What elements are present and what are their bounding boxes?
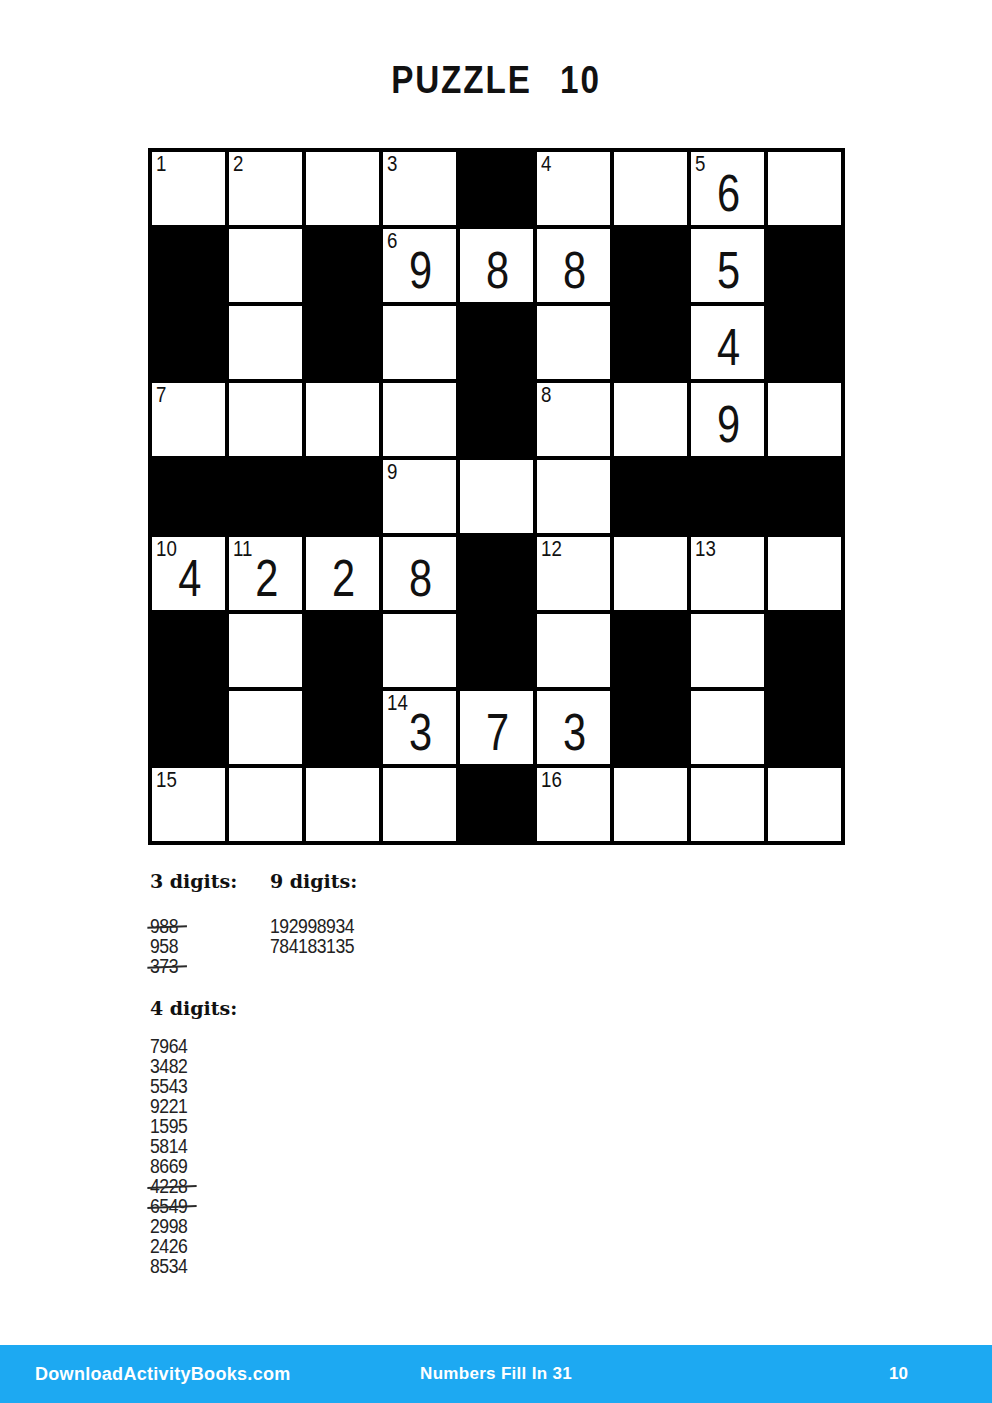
word-entry: 3482 [150,1056,187,1076]
grid-cell[interactable]: 56 [691,152,764,225]
clue-number: 2 [233,152,243,176]
black-cell [614,229,687,302]
list-4-digits-entries: 7964348255439221159558148669422865492998… [150,1036,366,1276]
footer-page-number: 10 [889,1364,908,1384]
list-9-digits: 9 digits: 192998934784183135 [270,870,366,976]
filled-digit: 9 [390,229,448,302]
clue-number: 15 [156,768,177,792]
grid-cell[interactable]: 16 [537,768,610,841]
grid-cell[interactable] [537,306,610,379]
grid-cell[interactable] [614,537,687,610]
grid-cell[interactable] [691,768,764,841]
word-entry-struck: 373 [150,956,178,976]
black-cell [460,306,533,379]
word-lists: 3 digits: 988958373 9 digits: 1929989347… [150,870,366,1276]
list-4-digits: 4 digits: 796434825543922115955814866942… [150,997,366,1276]
grid-cell[interactable]: 12 [537,537,610,610]
grid-cell[interactable] [768,768,841,841]
word-entry-struck: 4228 [150,1176,187,1196]
filled-digit: 3 [390,691,448,764]
filled-digit: 3 [544,691,602,764]
filled-digit: 4 [159,537,217,610]
grid-cell[interactable]: 8 [537,229,610,302]
grid-cell[interactable]: 7 [152,383,225,456]
black-cell [614,614,687,687]
list-9-digits-entries: 192998934784183135 [270,916,366,956]
grid-cell[interactable] [460,460,533,533]
word-entry: 958 [150,936,178,956]
filled-digit: 2 [236,537,294,610]
grid-cell[interactable]: 1 [152,152,225,225]
word-entry: 2426 [150,1236,187,1256]
grid-cell[interactable] [229,614,302,687]
grid-cell[interactable] [306,768,379,841]
grid-cell[interactable] [383,768,456,841]
filled-digit: 8 [390,537,448,610]
black-cell [152,460,225,533]
black-cell [152,229,225,302]
black-cell [152,691,225,764]
grid-cell[interactable] [614,768,687,841]
black-cell [768,614,841,687]
grid-cell[interactable] [306,152,379,225]
grid-cell[interactable]: 3 [537,691,610,764]
word-entry: 5814 [150,1136,187,1156]
filled-digit: 4 [698,306,756,379]
clue-number: 4 [541,152,551,176]
filled-digit: 5 [698,229,756,302]
black-cell [460,537,533,610]
grid-cell[interactable] [768,383,841,456]
black-cell [768,306,841,379]
clue-number: 3 [387,152,397,176]
black-cell [460,614,533,687]
clue-number: 16 [541,768,562,792]
word-entry: 8669 [150,1156,187,1176]
footer-bar: DownloadActivityBooks.com Numbers Fill I… [0,1345,992,1403]
filled-digit: 8 [467,229,525,302]
list-3-digits-heading: 3 digits: [150,870,270,892]
filled-digit: 2 [313,537,371,610]
grid-cell[interactable]: 104 [152,537,225,610]
word-entry-struck: 6549 [150,1196,187,1216]
grid-cell[interactable]: 143 [383,691,456,764]
black-cell [306,460,379,533]
black-cell [614,460,687,533]
clue-number: 7 [156,383,166,407]
grid-cell[interactable] [306,383,379,456]
filled-digit: 8 [544,229,602,302]
word-entry: 5543 [150,1076,187,1096]
list-3-digits-entries: 988958373 [150,916,270,976]
grid-cell[interactable]: 2 [306,537,379,610]
black-cell [460,383,533,456]
grid-cell[interactable]: 7 [460,691,533,764]
grid-cell[interactable]: 112 [229,537,302,610]
black-cell [306,614,379,687]
grid-cell[interactable] [537,614,610,687]
clue-number: 9 [387,460,397,484]
grid-cell[interactable]: 8 [383,537,456,610]
footer-book-title: Numbers Fill In 31 [0,1364,992,1384]
grid-cell[interactable] [383,306,456,379]
grid-cell[interactable]: 5 [691,229,764,302]
black-cell [460,152,533,225]
grid-cell[interactable] [614,152,687,225]
puzzle-grid: 1234566988547899104112281213143731516 [148,148,845,845]
grid-cell[interactable] [229,229,302,302]
list-9-digits-heading: 9 digits: [270,870,366,892]
black-cell [229,460,302,533]
word-entry: 7964 [150,1036,187,1056]
black-cell [306,306,379,379]
grid-cell[interactable] [229,383,302,456]
grid-cell[interactable]: 2 [229,152,302,225]
grid-cell[interactable] [691,691,764,764]
grid-cell[interactable]: 13 [691,537,764,610]
black-cell [691,460,764,533]
list-4-digits-heading: 4 digits: [150,997,366,1019]
list-3-digits: 3 digits: 988958373 [150,870,270,976]
clue-number: 1 [156,152,166,176]
grid-cell[interactable] [614,383,687,456]
black-cell [306,691,379,764]
black-cell [306,229,379,302]
filled-digit: 7 [467,691,525,764]
word-entry: 192998934 [270,916,354,936]
black-cell [768,229,841,302]
clue-number: 13 [695,537,716,561]
clue-number: 12 [541,537,562,561]
black-cell [768,460,841,533]
grid-cell[interactable]: 9 [691,383,764,456]
black-cell [460,768,533,841]
grid-cell[interactable]: 4 [537,152,610,225]
filled-digit: 6 [698,152,756,225]
grid-cell[interactable]: 9 [383,460,456,533]
grid-cell[interactable] [383,383,456,456]
grid-cell[interactable]: 69 [383,229,456,302]
clue-number: 8 [541,383,551,407]
grid-cell[interactable]: 8 [537,383,610,456]
grid-cell[interactable] [229,306,302,379]
word-entry: 8534 [150,1256,187,1276]
word-entry: 2998 [150,1216,187,1236]
word-entry-struck: 988 [150,916,178,936]
grid-cell[interactable] [768,537,841,610]
grid-cell[interactable]: 15 [152,768,225,841]
grid-cell[interactable] [691,614,764,687]
grid-cell[interactable] [229,768,302,841]
word-entry: 784183135 [270,936,354,956]
black-cell [614,306,687,379]
word-entry: 9221 [150,1096,187,1116]
black-cell [152,614,225,687]
filled-digit: 9 [698,383,756,456]
grid-cell[interactable] [537,460,610,533]
grid-cell[interactable] [383,614,456,687]
page-title: PUZZLE 10 [25,58,967,103]
word-entry: 1595 [150,1116,187,1136]
grid-cell[interactable]: 4 [691,306,764,379]
grid-cell[interactable]: 8 [460,229,533,302]
grid-cell[interactable]: 3 [383,152,456,225]
grid-cell[interactable] [229,691,302,764]
grid-cell[interactable] [768,152,841,225]
black-cell [768,691,841,764]
black-cell [614,691,687,764]
black-cell [152,306,225,379]
